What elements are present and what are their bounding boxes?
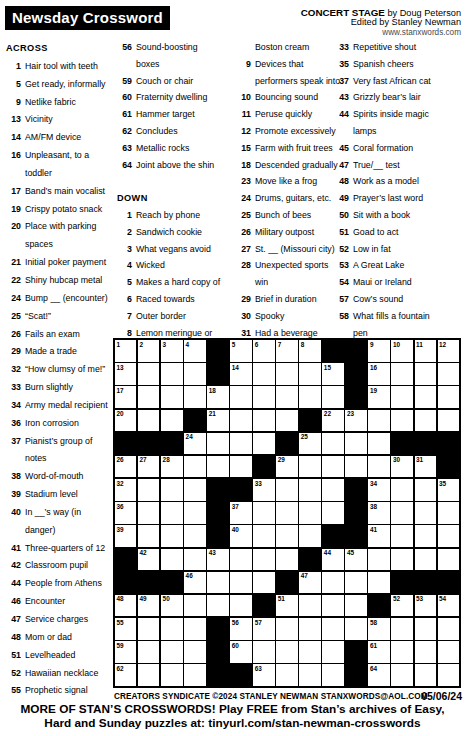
grid-cell-r3c4[interactable] [184,386,205,408]
puzzle-credits: CONCERT STAGE by Doug Peterson Edited by… [301,8,461,37]
clue-text-line: True/__ test [353,157,462,174]
cell-number-57: 57 [255,619,262,626]
clue-text-line: Cow’s sound [353,291,462,308]
clue-text: Maui or Ireland [353,274,462,291]
clue-number: 17 [6,183,21,201]
grid-cell-r6c2[interactable]: 27 [138,456,159,478]
grid-cell-r6c10[interactable] [322,456,343,478]
clue-down-26: 26Military outpost [236,224,333,241]
clue-down-9: 9Devices thatperformers speak into [236,56,333,90]
grid-cell-r14c10[interactable] [322,641,343,663]
black-square-r15c5 [207,664,228,686]
grid-cell-r13c10[interactable] [322,618,343,640]
grid-cell-r14c14[interactable] [415,641,436,663]
grid-cell-r8c6[interactable]: 37 [230,502,251,524]
grid-cell-r3c2[interactable] [138,386,159,408]
grid-cell-r5c6[interactable] [230,433,251,455]
grid-cell-r8c8[interactable] [276,502,297,524]
grid-cell-r15c13[interactable] [391,664,412,686]
black-square-r15c11 [345,664,366,686]
clue-text-line: Three-quarters of 12 [25,540,114,558]
grid-cell-r8c9[interactable] [299,502,320,524]
grid-cell-r7c10[interactable] [322,479,343,501]
grid-cell-r2c4[interactable] [184,363,205,385]
black-square-r7c6 [230,479,251,501]
grid-cell-r12c9[interactable] [299,595,320,617]
grid-cell-r11c10[interactable] [322,572,343,594]
grid-cell-r4c8[interactable] [276,410,297,432]
clue-text: Iron corrosion [25,415,114,433]
grid-cell-r7c15[interactable]: 35 [438,479,459,501]
grid-cell-r4c12[interactable] [368,410,389,432]
grid-cell-r9c4[interactable] [184,525,205,547]
grid-cell-r12c8[interactable]: 51 [276,595,297,617]
clue-down-57: 57Cow’s sound [334,291,462,308]
grid-cell-r14c15[interactable] [438,641,459,663]
grid-cell-r11c5[interactable] [207,572,228,594]
grid-cell-r6c1[interactable]: 26 [115,456,136,478]
grid-cell-r4c11[interactable]: 23 [345,410,366,432]
grid-cell-r6c4[interactable] [184,456,205,478]
clue-across-14: 14AM/FM device [6,129,114,147]
grid-cell-r15c3[interactable] [161,664,182,686]
grid-cell-r3c12[interactable]: 19 [368,386,389,408]
cell-number-17: 17 [117,387,124,394]
grid-cell-r10c15[interactable] [438,549,459,571]
grid-cell-r14c9[interactable] [299,641,320,663]
grid-cell-r11c11[interactable] [345,572,366,594]
black-square-r11c15 [438,572,459,594]
cell-number-26: 26 [117,456,124,463]
grid-cell-r14c7[interactable] [253,641,274,663]
grid-cell-r13c14[interactable] [415,618,436,640]
grid-cell-r13c15[interactable] [438,618,459,640]
clue-text: Classroom pupil [25,557,114,575]
grid-cell-r10c11[interactable]: 45 [345,549,366,571]
grid-cell-r14c2[interactable] [138,641,159,663]
clue-down-2: 2Sandwich cookie [117,224,236,241]
black-square-r5c14 [415,433,436,455]
grid-cell-r4c6[interactable] [230,410,251,432]
clue-text: Stadium level [25,486,114,504]
clue-text: Metallic rocks [136,140,236,157]
grid-cell-r12c1[interactable]: 48 [115,595,136,617]
cell-number-38: 38 [370,503,377,510]
grid-cell-r12c15[interactable]: 54 [438,595,459,617]
clue-text-line: AM/FM device [25,129,114,147]
clue-text: Service charges [25,611,114,629]
grid-cell-r9c14[interactable] [415,525,436,547]
grid-cell-r15c2[interactable] [138,664,159,686]
grid-cell-r2c6[interactable]: 14 [230,363,251,385]
grid-cell-r9c13[interactable] [391,525,412,547]
grid-cell-r10c12[interactable] [368,549,389,571]
clue-text-line: toddler [25,165,114,183]
grid-cell-r10c13[interactable] [391,549,412,571]
cell-number-8: 8 [301,341,305,348]
clue-down-33: 33Repetitive shout [334,39,462,56]
grid-cell-r14c13[interactable] [391,641,412,663]
clue-down-5: 5Makes a hard copy of [117,274,236,291]
grid-cell-r7c8[interactable] [276,479,297,501]
grid-cell-r6c9[interactable] [299,456,320,478]
clue-down-6: 6Raced towards [117,291,236,308]
grid-cell-r10c14[interactable] [415,549,436,571]
grid-cell-r2c8[interactable] [276,363,297,385]
grid-cell-r2c3[interactable] [161,363,182,385]
black-square-r5c3 [161,433,182,455]
grid-cell-r2c9[interactable] [299,363,320,385]
clue-down-12: 12Promote excessively [236,123,333,140]
clue-text: Army medal recipient [25,397,114,415]
clue-across-21: 21Initial poker payment [6,254,114,272]
clue-across-36: 36Iron corrosion [6,415,114,433]
clue-text-line: Bunch of bees [255,207,333,224]
clue-text-line: Coral formation [353,140,462,157]
clue-text: In __’s way (indanger) [25,504,114,540]
black-square-r7c5 [207,479,228,501]
cell-number-33: 33 [255,480,262,487]
grid-cell-r13c13[interactable] [391,618,412,640]
clue-text: Very fast African cat [353,73,462,90]
clue-down-25: 25Bunch of bees [236,207,333,224]
grid-cell-r7c4[interactable] [184,479,205,501]
grid-cell-r4c14[interactable] [415,410,436,432]
clue-number: 61 [117,106,132,123]
grid-cell-r7c9[interactable] [299,479,320,501]
grid-cell-r8c7[interactable] [253,502,274,524]
grid-cell-r12c10[interactable] [322,595,343,617]
grid-cell-r4c7[interactable] [253,410,274,432]
grid-cell-r14c6[interactable]: 60 [230,641,251,663]
grid-cell-r12c13[interactable]: 52 [391,595,412,617]
grid-cell-r2c1[interactable]: 13 [115,363,136,385]
grid-cell-r8c10[interactable] [322,502,343,524]
grid-cell-r6c6[interactable] [230,456,251,478]
grid-cell-r6c8[interactable]: 29 [276,456,297,478]
grid-cell-r14c3[interactable] [161,641,182,663]
grid-cell-r4c13[interactable] [391,410,412,432]
clue-across-22: 22Shiny hubcap metal [6,272,114,290]
grid-cell-r1c13[interactable]: 10 [391,340,412,362]
grid-cell-r8c2[interactable] [138,502,159,524]
grid-cell-r6c14[interactable]: 31 [415,456,436,478]
clue-down-51: 51Goad to act [334,224,462,241]
black-square-r4c4 [184,410,205,432]
clue-text: Band’s main vocalist [25,183,114,201]
black-square-r3c11 [345,386,366,408]
grid-cell-r4c5[interactable]: 21 [207,410,228,432]
black-square-r1c5 [207,340,228,362]
grid-cell-r1c6[interactable]: 5 [230,340,251,362]
grid-cell-r1c9[interactable]: 8 [299,340,320,362]
grid-cell-r8c4[interactable] [184,502,205,524]
clue-text-line: Farm with fruit trees [255,140,333,157]
clue-down-30: 30Spooky [236,308,333,325]
grid-cell-r2c2[interactable] [138,363,159,385]
cell-number-15: 15 [324,364,331,371]
grid-cell-r7c13[interactable] [391,479,412,501]
cell-number-63: 63 [255,665,262,672]
clue-text-line: Very fast African cat [353,73,462,90]
cell-number-58: 58 [370,619,377,626]
grid-cell-r10c2[interactable]: 42 [138,549,159,571]
grid-cell-r3c9[interactable] [299,386,320,408]
grid-cell-r10c6[interactable] [230,549,251,571]
clue-number: 48 [334,173,349,190]
grid-cell-r4c2[interactable] [138,410,159,432]
grid-cell-r2c12[interactable]: 16 [368,363,389,385]
grid-cell-r1c14[interactable]: 11 [415,340,436,362]
grid-cell-r10c7[interactable] [253,549,274,571]
grid-cell-r7c7[interactable]: 33 [253,479,274,501]
grid-cell-r9c6[interactable]: 40 [230,525,251,547]
clue-text: Hammer target [136,106,236,123]
clue-text-line: Vicinity [25,111,114,129]
puzzle-website: www.stanxwords.com [301,28,461,37]
grid-cell-r12c11[interactable] [345,595,366,617]
grid-cell-r14c8[interactable] [276,641,297,663]
grid-cell-r15c1[interactable]: 62 [115,664,136,686]
clue-number: 29 [6,343,21,361]
clue-down-11: 11Peruse quickly [236,106,333,123]
grid-cell-r5c11[interactable] [345,433,366,455]
black-square-r8c5 [207,502,228,524]
grid-cell-r6c5[interactable] [207,456,228,478]
clue-number: 58 [334,308,349,325]
grid-cell-r15c14[interactable] [415,664,436,686]
cell-number-45: 45 [347,549,354,556]
grid-cell-r2c7[interactable] [253,363,274,385]
clue-text: Promote excessively [255,123,333,140]
clue-across-62: 62Concludes [117,123,236,140]
grid-cell-r15c9[interactable] [299,664,320,686]
grid-cell-r1c7[interactable]: 6 [253,340,274,362]
clue-number: 47 [6,611,21,629]
grid-cell-r10c10[interactable]: 44 [322,549,343,571]
grid-cell-r4c10[interactable]: 22 [322,410,343,432]
grid-cell-r14c12[interactable]: 61 [368,641,389,663]
cell-number-52: 52 [393,595,400,602]
cell-number-48: 48 [117,595,124,602]
clue-text: Repetitive shout [353,39,462,56]
grid-cell-r1c8[interactable]: 7 [276,340,297,362]
grid-cell-r8c12[interactable]: 38 [368,502,389,524]
clue-text-line: boxes [136,56,236,73]
grid-cell-r13c2[interactable] [138,618,159,640]
clue-text-line: Bouncing sound [255,89,333,106]
grid-cell-r13c6[interactable]: 56 [230,618,251,640]
grid-cell-r7c14[interactable] [415,479,436,501]
grid-cell-r3c6[interactable] [230,386,251,408]
grid-cell-r1c4[interactable]: 4 [184,340,205,362]
grid-cell-r2c10[interactable]: 15 [322,363,343,385]
grid-cell-r14c1[interactable]: 59 [115,641,136,663]
clue-number: 63 [117,140,132,157]
grid-cell-r11c7[interactable] [253,572,274,594]
clue-text-line: Work as a model [353,173,462,190]
grid-cell-r15c12[interactable]: 64 [368,664,389,686]
grid-cell-r11c12[interactable] [368,572,389,594]
grid-cell-r2c13[interactable] [391,363,412,385]
grid-cell-r13c3[interactable] [161,618,182,640]
clue-number: 5 [6,76,21,94]
clue-text: Sound-boostingboxes [136,39,236,73]
grid-cell-r7c1[interactable]: 32 [115,479,136,501]
grid-cell-r3c7[interactable] [253,386,274,408]
grid-cell-r15c8[interactable] [276,664,297,686]
clue-across-19: 19Crispy potato snack [6,201,114,219]
grid-cell-r3c10[interactable] [322,386,343,408]
grid-cell-r3c13[interactable] [391,386,412,408]
grid-cell-r4c15[interactable] [438,410,459,432]
grid-cell-r3c15[interactable] [438,386,459,408]
clue-text: Spooky [255,308,333,325]
grid-cell-r1c3[interactable]: 3 [161,340,182,362]
clue-number: 27 [236,241,251,258]
grid-cell-r2c15[interactable] [438,363,459,385]
grid-cell-r12c2[interactable]: 49 [138,595,159,617]
clue-text-line: Service charges [25,611,114,629]
grid-cell-r5c7[interactable] [253,433,274,455]
black-square-r11c2 [138,572,159,594]
grid-cell-r13c12[interactable]: 58 [368,618,389,640]
clue-across-33: 33Burn slightly [6,379,114,397]
grid-cell-r6c12[interactable] [368,456,389,478]
grid-cell-r3c5[interactable]: 18 [207,386,228,408]
grid-cell-r10c5[interactable]: 43 [207,549,228,571]
clue-column-3: Boston cream9Devices thatperformers spea… [236,39,333,341]
grid-cell-r9c7[interactable] [253,525,274,547]
grid-cell-r11c4[interactable]: 46 [184,572,205,594]
grid-cell-r1c2[interactable]: 2 [138,340,159,362]
clue-number: 6 [117,291,132,308]
clue-number: 29 [236,291,251,308]
grid-cell-r12c6[interactable] [230,595,251,617]
clue-down-10: 10Bouncing sound [236,89,333,106]
grid-cell-r9c9[interactable] [299,525,320,547]
grid-cell-r6c11[interactable] [345,456,366,478]
grid-cell-r5c9[interactable]: 25 [299,433,320,455]
grid-cell-r13c1[interactable]: 55 [115,618,136,640]
grid-cell-r1c12[interactable]: 9 [368,340,389,362]
grid-cell-r3c3[interactable] [161,386,182,408]
clue-number: 12 [236,123,251,140]
cell-number-64: 64 [370,665,377,672]
grid-cell-r15c10[interactable] [322,664,343,686]
grid-cell-r5c12[interactable] [368,433,389,455]
grid-cell-r1c1[interactable]: 1 [115,340,136,362]
grid-cell-r4c3[interactable] [161,410,182,432]
grid-cell-r5c5[interactable] [207,433,228,455]
grid-cell-r4c1[interactable]: 20 [115,410,136,432]
clue-text: Couch or chair [136,73,236,90]
clue-down-44: 44Spirits inside magiclamps [334,106,462,140]
grid-cell-r8c13[interactable] [391,502,412,524]
grid-cell-r7c3[interactable] [161,479,182,501]
clue-across-13: 13Vicinity [6,111,114,129]
grid-cell-r15c15[interactable] [438,664,459,686]
clue-across-1: 1Hair tool with teeth [6,58,114,76]
grid-cell-r9c3[interactable] [161,525,182,547]
grid-cell-r3c14[interactable] [415,386,436,408]
grid-cell-r13c4[interactable] [184,618,205,640]
cell-number-4: 4 [186,341,190,348]
grid-cell-r1c15[interactable]: 12 [438,340,459,362]
grid-cell-r8c3[interactable] [161,502,182,524]
clue-text: Coral formation [353,140,462,157]
clue-text: Joint above the shin [136,157,236,174]
clue-text-line: Reach by phone [136,207,236,224]
grid-cell-r13c9[interactable] [299,618,320,640]
grid-cell-r6c13[interactable]: 30 [391,456,412,478]
grid-cell-r13c7[interactable]: 57 [253,618,274,640]
grid-cell-r2c14[interactable] [415,363,436,385]
clue-across-44: 44People from Athens [6,575,114,593]
grid-cell-r11c6[interactable] [230,572,251,594]
grid-cell-r14c4[interactable] [184,641,205,663]
clue-down-58: 58What fills a fountainpen [334,308,462,342]
grid-cell-r5c4[interactable]: 24 [184,433,205,455]
clue-number: 9 [6,94,21,112]
clue-down-18: 18Descended gradually [236,157,333,174]
cell-number-18: 18 [209,387,216,394]
grid-cell-r8c15[interactable] [438,502,459,524]
grid-cell-r10c4[interactable] [184,549,205,571]
clue-across-39: 39Stadium level [6,486,114,504]
grid-cell-r8c1[interactable]: 36 [115,502,136,524]
clue-number: 24 [6,290,21,308]
grid-cell-r10c8[interactable] [276,549,297,571]
grid-cell-r12c4[interactable] [184,595,205,617]
clue-text: Prophetic signal [25,682,114,700]
clue-text-line: Prayer’s last word [353,190,462,207]
grid-cell-r13c8[interactable] [276,618,297,640]
cell-number-49: 49 [140,595,147,602]
clue-text: Pianist’s group ofnotes [25,433,114,469]
grid-cell-r7c2[interactable] [138,479,159,501]
grid-cell-r11c9[interactable]: 47 [299,572,320,594]
grid-cell-r9c2[interactable] [138,525,159,547]
grid-cell-r13c11[interactable] [345,618,366,640]
grid-cell-r8c14[interactable] [415,502,436,524]
grid-cell-r7c12[interactable]: 34 [368,479,389,501]
grid-cell-r12c5[interactable] [207,595,228,617]
grid-cell-r3c1[interactable]: 17 [115,386,136,408]
clue-text: Hair tool with teeth [25,58,114,76]
grid-cell-r9c12[interactable]: 41 [368,525,389,547]
clue-text: Cow’s sound [353,291,462,308]
grid-cell-r9c8[interactable] [276,525,297,547]
clue-text-line: Hair tool with teeth [25,58,114,76]
clue-text-line: Bump __ (encounter) [25,290,114,308]
grid-cell-r9c15[interactable] [438,525,459,547]
grid-cell-r5c10[interactable] [322,433,343,455]
clue-down-23: 23Move like a frog [236,173,333,190]
grid-cell-r12c3[interactable]: 50 [161,595,182,617]
cell-number-40: 40 [232,526,239,533]
clue-number: 35 [334,56,349,73]
grid-cell-r15c7[interactable]: 63 [253,664,274,686]
grid-cell-r12c14[interactable]: 53 [415,595,436,617]
grid-cell-r10c3[interactable] [161,549,182,571]
grid-cell-r6c3[interactable]: 28 [161,456,182,478]
cell-number-27: 27 [140,456,147,463]
cell-number-2: 2 [140,341,144,348]
grid-cell-r15c4[interactable] [184,664,205,686]
grid-cell-r3c8[interactable] [276,386,297,408]
grid-cell-r9c1[interactable]: 39 [115,525,136,547]
